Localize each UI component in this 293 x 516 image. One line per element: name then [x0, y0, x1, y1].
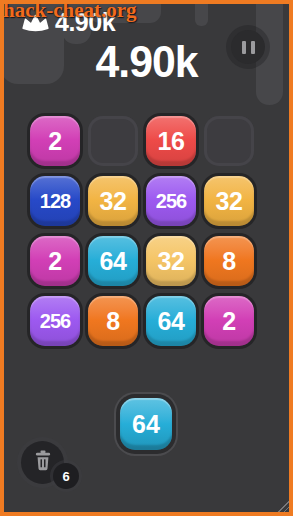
trash-icon — [33, 450, 53, 476]
grid-cell[interactable]: 256 — [30, 296, 80, 346]
grid-cell[interactable]: 2 — [30, 236, 80, 286]
grid-cell[interactable]: 2 — [30, 116, 80, 166]
grid-cell[interactable]: 128 — [30, 176, 80, 226]
board-grid: 2 16 128 32 256 32 2 64 32 8 256 8 64 2 — [30, 116, 254, 346]
grid-cell[interactable]: 64 — [88, 236, 138, 286]
grid-cell[interactable]: 32 — [204, 176, 254, 226]
grid-cell[interactable]: 16 — [146, 116, 196, 166]
grid-cell[interactable]: 64 — [146, 296, 196, 346]
grid-cell[interactable]: 8 — [88, 296, 138, 346]
grid-cell[interactable]: 8 — [204, 236, 254, 286]
trash-count-badge: 6 — [53, 463, 79, 489]
grid-cell[interactable] — [88, 116, 138, 166]
grid-cell[interactable]: 32 — [146, 236, 196, 286]
pause-button[interactable] — [231, 30, 265, 64]
next-tile[interactable]: 64 — [120, 398, 172, 450]
header-drip — [195, 0, 208, 26]
grid-cell[interactable]: 2 — [204, 296, 254, 346]
watermark-text: hack-cheat.org — [3, 0, 137, 23]
game-screen: 4.90k 4.90k 2 16 128 32 256 32 2 64 32 8… — [0, 0, 293, 516]
grid-cell[interactable]: 32 — [88, 176, 138, 226]
grid-cell[interactable]: 256 — [146, 176, 196, 226]
pause-icon — [242, 41, 255, 54]
trash-count: 6 — [62, 469, 69, 484]
grid-cell[interactable] — [204, 116, 254, 166]
